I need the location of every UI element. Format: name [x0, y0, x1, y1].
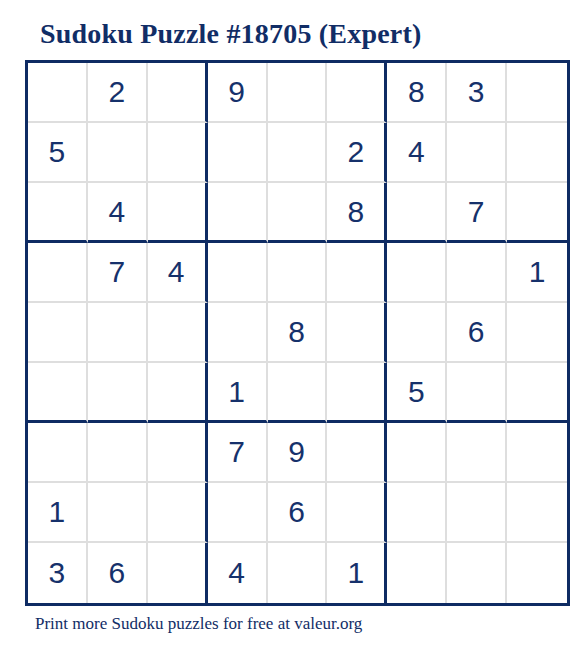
- cell-r3c9: [507, 183, 567, 243]
- cell-r1c2: 2: [88, 63, 148, 123]
- cell-r4c5: [268, 243, 328, 303]
- cell-r6c7: 5: [387, 363, 447, 423]
- cell-r7c8: [447, 423, 507, 483]
- cell-r1c3: [148, 63, 208, 123]
- cell-r1c6: [327, 63, 387, 123]
- cell-r8c3: [148, 483, 208, 543]
- puzzle-title: Sudoku Puzzle #18705 (Expert): [40, 18, 421, 50]
- cell-r4c7: [387, 243, 447, 303]
- cell-r9c3: [148, 543, 208, 603]
- cell-r7c9: [507, 423, 567, 483]
- cell-r3c2: 4: [88, 183, 148, 243]
- cell-r2c5: [268, 123, 328, 183]
- cell-r1c5: [268, 63, 328, 123]
- cell-r5c4: [208, 303, 268, 363]
- cell-r4c6: [327, 243, 387, 303]
- cell-r2c2: [88, 123, 148, 183]
- cell-r8c9: [507, 483, 567, 543]
- cell-r4c4: [208, 243, 268, 303]
- cell-r4c2: 7: [88, 243, 148, 303]
- cell-r5c8: 6: [447, 303, 507, 363]
- cell-r9c2: 6: [88, 543, 148, 603]
- cell-r3c3: [148, 183, 208, 243]
- cell-r3c5: [268, 183, 328, 243]
- cell-r8c5: 6: [268, 483, 328, 543]
- cell-r9c4: 4: [208, 543, 268, 603]
- cell-r2c9: [507, 123, 567, 183]
- cell-r6c6: [327, 363, 387, 423]
- cell-r3c4: [208, 183, 268, 243]
- cell-r2c6: 2: [327, 123, 387, 183]
- cell-r1c7: 8: [387, 63, 447, 123]
- cell-r3c6: 8: [327, 183, 387, 243]
- cell-r4c1: [28, 243, 88, 303]
- cell-r4c3: 4: [148, 243, 208, 303]
- cell-r1c8: 3: [447, 63, 507, 123]
- cell-r8c6: [327, 483, 387, 543]
- cell-r5c2: [88, 303, 148, 363]
- cell-r8c7: [387, 483, 447, 543]
- cell-r5c9: [507, 303, 567, 363]
- page: Sudoku Puzzle #18705 (Expert) 2983524487…: [0, 0, 580, 651]
- cell-r6c8: [447, 363, 507, 423]
- cell-r9c7: [387, 543, 447, 603]
- cell-r9c5: [268, 543, 328, 603]
- cell-r8c1: 1: [28, 483, 88, 543]
- cell-r3c7: [387, 183, 447, 243]
- cell-r6c2: [88, 363, 148, 423]
- cell-r9c1: 3: [28, 543, 88, 603]
- cell-r5c7: [387, 303, 447, 363]
- cell-r9c6: 1: [327, 543, 387, 603]
- cell-r7c5: 9: [268, 423, 328, 483]
- cell-r8c8: [447, 483, 507, 543]
- cell-r2c4: [208, 123, 268, 183]
- cell-r2c7: 4: [387, 123, 447, 183]
- cell-r6c1: [28, 363, 88, 423]
- cell-r8c4: [208, 483, 268, 543]
- cell-r4c9: 1: [507, 243, 567, 303]
- cell-r9c8: [447, 543, 507, 603]
- cell-r5c6: [327, 303, 387, 363]
- cell-r5c3: [148, 303, 208, 363]
- cell-r6c9: [507, 363, 567, 423]
- footer-text: Print more Sudoku puzzles for free at va…: [35, 614, 362, 634]
- sudoku-board: 2983524487741861579163641: [25, 60, 570, 606]
- cell-r7c2: [88, 423, 148, 483]
- cell-r3c8: 7: [447, 183, 507, 243]
- cell-r6c3: [148, 363, 208, 423]
- cell-r6c4: 1: [208, 363, 268, 423]
- cell-r2c8: [447, 123, 507, 183]
- cell-r7c7: [387, 423, 447, 483]
- cell-r2c3: [148, 123, 208, 183]
- cell-r5c1: [28, 303, 88, 363]
- cell-r3c1: [28, 183, 88, 243]
- cell-r4c8: [447, 243, 507, 303]
- cell-r7c6: [327, 423, 387, 483]
- cell-r6c5: [268, 363, 328, 423]
- cell-r2c1: 5: [28, 123, 88, 183]
- cell-r7c4: 7: [208, 423, 268, 483]
- cell-r9c9: [507, 543, 567, 603]
- cell-r7c1: [28, 423, 88, 483]
- cell-r1c4: 9: [208, 63, 268, 123]
- cell-r7c3: [148, 423, 208, 483]
- cell-r1c1: [28, 63, 88, 123]
- cell-r5c5: 8: [268, 303, 328, 363]
- cell-r1c9: [507, 63, 567, 123]
- cell-r8c2: [88, 483, 148, 543]
